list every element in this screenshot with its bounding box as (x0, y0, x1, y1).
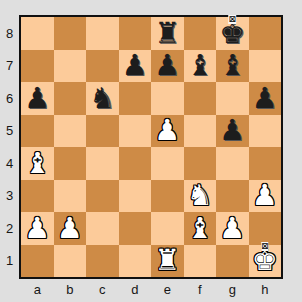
square-d8[interactable] (119, 17, 152, 50)
square-c2[interactable] (86, 212, 119, 245)
square-f3[interactable]: ♞ (184, 180, 217, 213)
square-d1[interactable] (119, 245, 152, 278)
square-c1[interactable] (86, 245, 119, 278)
square-a1[interactable] (21, 245, 54, 278)
square-b4[interactable] (54, 147, 87, 180)
square-f8[interactable] (184, 17, 217, 50)
square-b5[interactable] (54, 115, 87, 148)
square-a7[interactable] (21, 50, 54, 83)
square-e5[interactable]: ♟ (151, 115, 184, 148)
square-c6[interactable]: ♞ (86, 82, 119, 115)
square-d6[interactable] (119, 82, 152, 115)
square-g6[interactable] (216, 82, 249, 115)
rank-label-2: 2 (0, 212, 19, 245)
file-label-h: h (249, 279, 282, 299)
square-h4[interactable] (249, 147, 282, 180)
square-f4[interactable] (184, 147, 217, 180)
square-h2[interactable] (249, 212, 282, 245)
square-e4[interactable] (151, 147, 184, 180)
piece-white-pawn[interactable]: ♟ (252, 181, 278, 210)
square-b3[interactable] (54, 180, 87, 213)
piece-black-pawn[interactable]: ♟ (122, 51, 148, 80)
file-label-g: g (216, 279, 249, 299)
square-g5[interactable]: ♟ (216, 115, 249, 148)
rank-label-4: 4 (0, 147, 19, 180)
square-d5[interactable] (119, 115, 152, 148)
board-frame: ♜♚⊠♟♟♝♝♟♞♟♟♟♝♞♟♟♟♝♟♜♚⊠ (19, 15, 283, 279)
rank-label-1: 1 (0, 245, 19, 278)
piece-white-pawn[interactable]: ♟ (57, 214, 83, 243)
file-label-e: e (151, 279, 184, 299)
piece-black-rook[interactable]: ♜ (154, 19, 180, 48)
chess-board: ♜♚⊠♟♟♝♝♟♞♟♟♟♝♞♟♟♟♝♟♜♚⊠ (21, 17, 281, 277)
square-c4[interactable] (86, 147, 119, 180)
king-crown-marker-icon: ⊠ (261, 242, 269, 251)
square-h7[interactable] (249, 50, 282, 83)
square-b6[interactable] (54, 82, 87, 115)
square-d2[interactable] (119, 212, 152, 245)
square-g1[interactable] (216, 245, 249, 278)
square-d3[interactable] (119, 180, 152, 213)
square-f5[interactable] (184, 115, 217, 148)
file-label-c: c (86, 279, 119, 299)
square-b7[interactable] (54, 50, 87, 83)
square-a2[interactable]: ♟ (21, 212, 54, 245)
square-c8[interactable] (86, 17, 119, 50)
square-h5[interactable] (249, 115, 282, 148)
square-d4[interactable] (119, 147, 152, 180)
square-g2[interactable]: ♟ (216, 212, 249, 245)
square-f2[interactable]: ♝ (184, 212, 217, 245)
rank-label-3: 3 (0, 180, 19, 213)
square-h1[interactable]: ♚⊠ (249, 245, 282, 278)
square-g4[interactable] (216, 147, 249, 180)
king-crown-marker-icon: ⊠ (228, 15, 236, 24)
piece-white-knight[interactable]: ♞ (187, 181, 213, 210)
piece-white-pawn[interactable]: ♟ (219, 214, 245, 243)
piece-white-bishop[interactable]: ♝ (24, 149, 50, 178)
file-label-d: d (119, 279, 152, 299)
square-d7[interactable]: ♟ (119, 50, 152, 83)
piece-white-pawn[interactable]: ♟ (154, 116, 180, 145)
file-label-b: b (54, 279, 87, 299)
square-b8[interactable] (54, 17, 87, 50)
square-f7[interactable]: ♝ (184, 50, 217, 83)
piece-white-rook[interactable]: ♜ (154, 246, 180, 275)
square-a3[interactable] (21, 180, 54, 213)
rank-label-5: 5 (0, 115, 19, 148)
square-f1[interactable] (184, 245, 217, 278)
square-a4[interactable]: ♝ (21, 147, 54, 180)
square-h3[interactable]: ♟ (249, 180, 282, 213)
file-label-a: a (21, 279, 54, 299)
piece-black-bishop[interactable]: ♝ (219, 51, 245, 80)
square-g7[interactable]: ♝ (216, 50, 249, 83)
rank-label-8: 8 (0, 17, 19, 50)
square-e3[interactable] (151, 180, 184, 213)
file-label-f: f (184, 279, 217, 299)
square-h6[interactable]: ♟ (249, 82, 282, 115)
file-labels: abcdefgh (21, 279, 281, 299)
square-c3[interactable] (86, 180, 119, 213)
piece-white-bishop[interactable]: ♝ (187, 214, 213, 243)
square-e2[interactable] (151, 212, 184, 245)
square-b1[interactable] (54, 245, 87, 278)
square-e1[interactable]: ♜ (151, 245, 184, 278)
rank-labels: 87654321 (0, 17, 19, 277)
piece-black-king[interactable]: ♚⊠ (219, 19, 245, 48)
square-h8[interactable] (249, 17, 282, 50)
square-a5[interactable] (21, 115, 54, 148)
square-e7[interactable]: ♟ (151, 50, 184, 83)
square-a8[interactable] (21, 17, 54, 50)
square-e6[interactable] (151, 82, 184, 115)
square-e8[interactable]: ♜ (151, 17, 184, 50)
square-c7[interactable] (86, 50, 119, 83)
piece-white-king[interactable]: ♚⊠ (252, 246, 278, 275)
square-c5[interactable] (86, 115, 119, 148)
piece-black-knight[interactable]: ♞ (89, 84, 115, 113)
square-g8[interactable]: ♚⊠ (216, 17, 249, 50)
square-f6[interactable] (184, 82, 217, 115)
square-b2[interactable]: ♟ (54, 212, 87, 245)
rank-label-7: 7 (0, 50, 19, 83)
piece-black-pawn[interactable]: ♟ (154, 51, 180, 80)
square-g3[interactable] (216, 180, 249, 213)
piece-black-bishop[interactable]: ♝ (187, 51, 213, 80)
piece-black-pawn[interactable]: ♟ (24, 84, 50, 113)
square-a6[interactable]: ♟ (21, 82, 54, 115)
piece-black-pawn[interactable]: ♟ (219, 116, 245, 145)
piece-black-pawn[interactable]: ♟ (252, 84, 278, 113)
rank-label-6: 6 (0, 82, 19, 115)
piece-white-pawn[interactable]: ♟ (24, 214, 50, 243)
